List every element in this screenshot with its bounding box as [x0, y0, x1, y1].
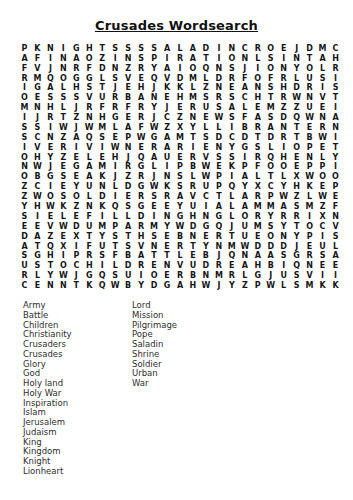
grid-cell: C: [199, 192, 212, 202]
grid-cell: A: [44, 84, 57, 94]
grid-cell: U: [199, 182, 212, 192]
grid-cell: E: [161, 93, 174, 103]
grid-cell: Y: [225, 143, 238, 153]
grid-cell: F: [238, 74, 251, 84]
grid-cell: F: [122, 103, 135, 113]
grid-cell: A: [83, 163, 96, 173]
grid-cell: T: [264, 172, 277, 182]
grid-cell: V: [122, 74, 135, 84]
grid-cell: V: [316, 93, 329, 103]
grid-cell: K: [96, 172, 109, 182]
grid-cell: K: [57, 202, 70, 212]
grid-cell: J: [70, 103, 83, 113]
grid-cell: J: [290, 44, 303, 54]
grid-cell: H: [135, 232, 148, 242]
grid-cell: S: [329, 84, 342, 94]
grid-cell: L: [57, 84, 70, 94]
grid-cell: S: [109, 232, 122, 242]
grid-cell: I: [18, 113, 31, 123]
grid-cell: C: [18, 281, 31, 291]
grid-cell: E: [44, 143, 57, 153]
grid-cell: Y: [70, 182, 83, 192]
grid-cell: N: [31, 103, 44, 113]
grid-cell: O: [18, 93, 31, 103]
grid-cell: N: [96, 182, 109, 192]
grid-cell: N: [277, 123, 290, 133]
grid-cell: U: [303, 103, 316, 113]
grid-cell: M: [186, 74, 199, 84]
grid-cell: Q: [44, 242, 57, 252]
grid-cell: T: [109, 242, 122, 252]
grid-cell: T: [96, 84, 109, 94]
grid-cell: A: [186, 54, 199, 64]
grid-cell: K: [31, 44, 44, 54]
grid-cell: O: [264, 64, 277, 74]
grid-cell: J: [70, 123, 83, 133]
grid-cell: L: [109, 123, 122, 133]
grid-cell: V: [329, 222, 342, 232]
grid-cell: E: [18, 222, 31, 232]
grid-cell: N: [57, 54, 70, 64]
grid-cell: F: [251, 163, 264, 173]
grid-cell: W: [316, 192, 329, 202]
grid-cell: I: [212, 54, 225, 64]
grid-cell: W: [44, 202, 57, 212]
grid-cell: U: [161, 153, 174, 163]
grid-cell: F: [96, 103, 109, 113]
grid-cell: L: [225, 202, 238, 212]
grid-cell: P: [18, 44, 31, 54]
grid-cell: D: [212, 74, 225, 84]
grid-cell: T: [148, 251, 161, 261]
grid-cell: R: [174, 242, 187, 252]
grid-cell: N: [186, 232, 199, 242]
grid-cell: Z: [161, 123, 174, 133]
grid-cell: U: [238, 232, 251, 242]
grid-cell: R: [174, 54, 187, 64]
grid-cell: I: [303, 212, 316, 222]
grid-cell: H: [70, 84, 83, 94]
grid-cell: S: [135, 54, 148, 64]
grid-cell: H: [251, 93, 264, 103]
grid-cell: X: [70, 232, 83, 242]
grid-cell: F: [83, 242, 96, 252]
grid-cell: V: [44, 222, 57, 232]
grid-cell: L: [57, 103, 70, 113]
grid-cell: H: [290, 182, 303, 192]
grid-cell: L: [316, 64, 329, 74]
grid-cell: L: [251, 54, 264, 64]
grid-cell: W: [31, 163, 44, 173]
grid-cell: T: [57, 113, 70, 123]
grid-cell: G: [199, 222, 212, 232]
grid-cell: N: [44, 133, 57, 143]
grid-cell: B: [186, 271, 199, 281]
grid-cell: L: [316, 153, 329, 163]
grid-cell: A: [225, 103, 238, 113]
grid-cell: Q: [83, 133, 96, 143]
grid-cell: M: [96, 123, 109, 133]
grid-cell: H: [174, 93, 187, 103]
grid-cell: Y: [44, 271, 57, 281]
grid-cell: N: [18, 163, 31, 173]
grid-cell: E: [316, 143, 329, 153]
grid-cell: E: [57, 163, 70, 173]
grid-cell: O: [316, 172, 329, 182]
grid-cell: E: [161, 232, 174, 242]
grid-cell: R: [57, 143, 70, 153]
grid-cell: U: [18, 261, 31, 271]
grid-cell: L: [83, 192, 96, 202]
grid-cell: A: [161, 44, 174, 54]
grid-cell: Y: [135, 281, 148, 291]
grid-cell: H: [96, 113, 109, 123]
grid-cell: N: [212, 143, 225, 153]
grid-cell: S: [57, 172, 70, 182]
grid-cell: Y: [174, 202, 187, 212]
grid-cell: D: [122, 182, 135, 192]
grid-cell: J: [161, 103, 174, 113]
grid-cell: M: [264, 103, 277, 113]
grid-cell: R: [251, 123, 264, 133]
grid-cell: Q: [199, 64, 212, 74]
word-item: Urban: [132, 369, 252, 379]
grid-cell: D: [122, 261, 135, 271]
grid-cell: R: [225, 271, 238, 281]
grid-cell: I: [329, 74, 342, 84]
grid-cell: L: [251, 172, 264, 182]
grid-cell: T: [31, 242, 44, 252]
grid-cell: C: [329, 44, 342, 54]
grid-cell: V: [31, 143, 44, 153]
grid-cell: N: [225, 44, 238, 54]
grid-cell: T: [329, 93, 342, 103]
grid-cell: J: [212, 281, 225, 291]
grid-cell: E: [174, 153, 187, 163]
grid-cell: T: [290, 123, 303, 133]
grid-cell: G: [135, 163, 148, 173]
grid-cell: Y: [199, 242, 212, 252]
grid-cell: Q: [290, 113, 303, 123]
grid-cell: Z: [174, 113, 187, 123]
grid-cell: S: [225, 153, 238, 163]
grid-cell: L: [109, 182, 122, 192]
grid-cell: S: [96, 133, 109, 143]
grid-cell: Q: [135, 153, 148, 163]
grid-cell: V: [199, 153, 212, 163]
grid-cell: W: [212, 113, 225, 123]
grid-cell: A: [70, 54, 83, 64]
grid-cell: R: [135, 261, 148, 271]
grid-cell: B: [122, 251, 135, 261]
grid-cell: S: [212, 153, 225, 163]
grid-cell: O: [18, 153, 31, 163]
grid-cell: F: [18, 64, 31, 74]
grid-cell: A: [251, 113, 264, 123]
grid-cell: E: [109, 133, 122, 143]
grid-cell: N: [122, 54, 135, 64]
grid-cell: G: [70, 74, 83, 84]
grid-cell: H: [277, 84, 290, 94]
grid-cell: F: [264, 74, 277, 84]
grid-cell: K: [174, 84, 187, 94]
grid-cell: J: [109, 172, 122, 182]
grid-cell: O: [186, 64, 199, 74]
grid-cell: F: [31, 54, 44, 64]
grid-cell: G: [135, 202, 148, 212]
grid-cell: I: [135, 271, 148, 281]
grid-cell: J: [225, 222, 238, 232]
grid-cell: P: [109, 222, 122, 232]
grid-cell: U: [303, 74, 316, 84]
grid-cell: M: [148, 222, 161, 232]
grid-cell: H: [83, 44, 96, 54]
grid-cell: A: [122, 222, 135, 232]
grid-cell: J: [44, 163, 57, 173]
grid-cell: N: [83, 202, 96, 212]
grid-cell: D: [264, 133, 277, 143]
grid-cell: J: [109, 84, 122, 94]
grid-cell: E: [161, 271, 174, 281]
grid-cell: A: [238, 192, 251, 202]
grid-cell: Q: [264, 153, 277, 163]
grid-cell: G: [174, 212, 187, 222]
grid-cell: K: [316, 281, 329, 291]
grid-cell: L: [57, 212, 70, 222]
grid-cell: O: [225, 54, 238, 64]
grid-cell: N: [238, 251, 251, 261]
grid-cell: I: [225, 123, 238, 133]
grid-cell: N: [277, 64, 290, 74]
grid-cell: B: [264, 261, 277, 271]
grid-cell: P: [316, 163, 329, 173]
grid-cell: M: [251, 202, 264, 212]
grid-cell: S: [329, 232, 342, 242]
grid-cell: A: [329, 251, 342, 261]
grid-cell: Q: [44, 74, 57, 84]
grid-cell: D: [238, 133, 251, 143]
grid-cell: J: [148, 172, 161, 182]
grid-cell: L: [238, 103, 251, 113]
grid-cell: I: [161, 163, 174, 173]
grid-cell: J: [44, 64, 57, 74]
grid-cell: M: [174, 133, 187, 143]
grid-cell: T: [329, 143, 342, 153]
grid-cell: S: [57, 192, 70, 202]
grid-cell: R: [135, 172, 148, 182]
grid-cell: G: [70, 163, 83, 173]
grid-cell: Z: [238, 281, 251, 291]
grid-cell: P: [212, 172, 225, 182]
grid-cell: B: [31, 172, 44, 182]
grid-cell: M: [225, 242, 238, 252]
grid-cell: R: [70, 64, 83, 74]
grid-cell: K: [329, 281, 342, 291]
grid-cell: H: [135, 84, 148, 94]
grid-cell: C: [316, 222, 329, 232]
grid-cell: U: [96, 93, 109, 103]
grid-cell: A: [122, 123, 135, 133]
grid-cell: E: [316, 261, 329, 271]
grid-cell: P: [264, 192, 277, 202]
grid-cell: M: [264, 202, 277, 212]
grid-cell: M: [251, 222, 264, 232]
grid-cell: R: [316, 123, 329, 133]
grid-cell: S: [290, 202, 303, 212]
grid-cell: N: [122, 143, 135, 153]
grid-cell: R: [174, 271, 187, 281]
grid-cell: D: [199, 261, 212, 271]
grid-cell: Z: [277, 103, 290, 113]
grid-cell: N: [212, 64, 225, 74]
grid-cell: J: [212, 251, 225, 261]
grid-cell: R: [186, 182, 199, 192]
grid-cell: D: [135, 212, 148, 222]
grid-cell: I: [57, 251, 70, 261]
grid-cell: P: [212, 182, 225, 192]
grid-cell: C: [264, 182, 277, 192]
grid-cell: P: [303, 163, 316, 173]
grid-cell: S: [18, 123, 31, 133]
grid-cell: O: [57, 261, 70, 271]
grid-cell: T: [186, 133, 199, 143]
grid-cell: Y: [161, 222, 174, 232]
grid-cell: S: [70, 93, 83, 103]
grid-cell: R: [277, 212, 290, 222]
grid-cell: V: [83, 143, 96, 153]
grid-cell: U: [83, 182, 96, 192]
grid-cell: S: [31, 261, 44, 271]
grid-cell: I: [186, 143, 199, 153]
grid-cell: R: [277, 133, 290, 143]
grid-cell: H: [31, 153, 44, 163]
grid-cell: W: [174, 222, 187, 232]
grid-cell: A: [238, 172, 251, 182]
grid-cell: E: [199, 232, 212, 242]
grid-cell: W: [83, 123, 96, 133]
grid-cell: E: [122, 113, 135, 123]
grid-cell: I: [161, 54, 174, 64]
grid-cell: P: [238, 163, 251, 173]
page-title: Crusades Wordsearch: [0, 18, 353, 33]
grid-cell: W: [135, 133, 148, 143]
grid-cell: K: [96, 202, 109, 212]
grid-cell: R: [135, 222, 148, 232]
grid-cell: Y: [264, 212, 277, 222]
grid-cell: Z: [57, 133, 70, 143]
grid-cell: J: [290, 242, 303, 252]
grid-cell: N: [329, 123, 342, 133]
grid-cell: R: [135, 113, 148, 123]
grid-cell: S: [148, 44, 161, 54]
grid-cell: U: [96, 242, 109, 252]
grid-cell: L: [277, 172, 290, 182]
grid-cell: Y: [148, 103, 161, 113]
grid-cell: Y: [277, 182, 290, 192]
grid-cell: S: [225, 93, 238, 103]
grid-cell: T: [199, 54, 212, 64]
grid-cell: E: [135, 143, 148, 153]
grid-cell: G: [251, 271, 264, 281]
grid-cell: I: [109, 192, 122, 202]
grid-cell: W: [31, 192, 44, 202]
grid-cell: A: [161, 64, 174, 74]
grid-cell: Z: [316, 202, 329, 212]
grid-cell: V: [135, 242, 148, 252]
grid-cell: Z: [70, 202, 83, 212]
word-item: War: [132, 379, 252, 389]
grid-cell: H: [277, 153, 290, 163]
grid-cell: S: [212, 103, 225, 113]
grid-cell: I: [329, 271, 342, 281]
grid-cell: I: [277, 261, 290, 271]
grid-cell: T: [225, 232, 238, 242]
grid-cell: E: [316, 103, 329, 113]
grid-cell: R: [44, 113, 57, 123]
wordsearch-grid: PKNIGHTSSSSALADINCROEJDMCAFINAOZINSPIRAT…: [18, 44, 342, 291]
grid-cell: W: [264, 281, 277, 291]
grid-cell: Q: [96, 281, 109, 291]
grid-cell: G: [212, 212, 225, 222]
grid-cell: S: [109, 271, 122, 281]
grid-cell: R: [83, 103, 96, 113]
grid-cell: O: [329, 172, 342, 182]
grid-cell: L: [303, 192, 316, 202]
grid-cell: G: [83, 74, 96, 84]
grid-cell: J: [148, 84, 161, 94]
grid-cell: U: [186, 261, 199, 271]
grid-cell: G: [31, 251, 44, 261]
grid-cell: E: [96, 153, 109, 163]
grid-cell: W: [303, 113, 316, 123]
grid-cell: K: [303, 182, 316, 192]
grid-cell: S: [83, 84, 96, 94]
word-list-column-left: ArmyBattleChildrenChristianityCrusadersC…: [23, 301, 132, 477]
grid-cell: P: [329, 182, 342, 192]
grid-cell: M: [96, 163, 109, 173]
grid-cell: B: [186, 163, 199, 173]
grid-cell: N: [57, 281, 70, 291]
grid-cell: D: [96, 64, 109, 74]
grid-cell: T: [161, 251, 174, 261]
grid-cell: A: [316, 54, 329, 64]
grid-cell: T: [303, 54, 316, 64]
grid-cell: P: [303, 232, 316, 242]
grid-cell: L: [174, 251, 187, 261]
grid-cell: N: [316, 113, 329, 123]
grid-cell: E: [212, 163, 225, 173]
grid-cell: O: [44, 192, 57, 202]
grid-cell: S: [277, 251, 290, 261]
grid-cell: N: [238, 54, 251, 64]
grid-cell: G: [290, 251, 303, 261]
grid-cell: E: [57, 232, 70, 242]
grid-cell: M: [303, 202, 316, 212]
grid-cell: A: [161, 133, 174, 143]
grid-cell: L: [290, 74, 303, 84]
grid-cell: Q: [290, 261, 303, 271]
grid-cell: R: [303, 84, 316, 94]
grid-cell: Z: [96, 54, 109, 64]
grid-cell: F: [109, 251, 122, 261]
grid-cell: L: [122, 212, 135, 222]
grid-cell: E: [290, 163, 303, 173]
grid-cell: Q: [212, 222, 225, 232]
grid-cell: E: [161, 202, 174, 212]
grid-cell: Y: [96, 232, 109, 242]
grid-cell: S: [57, 93, 70, 103]
grid-cell: M: [186, 93, 199, 103]
